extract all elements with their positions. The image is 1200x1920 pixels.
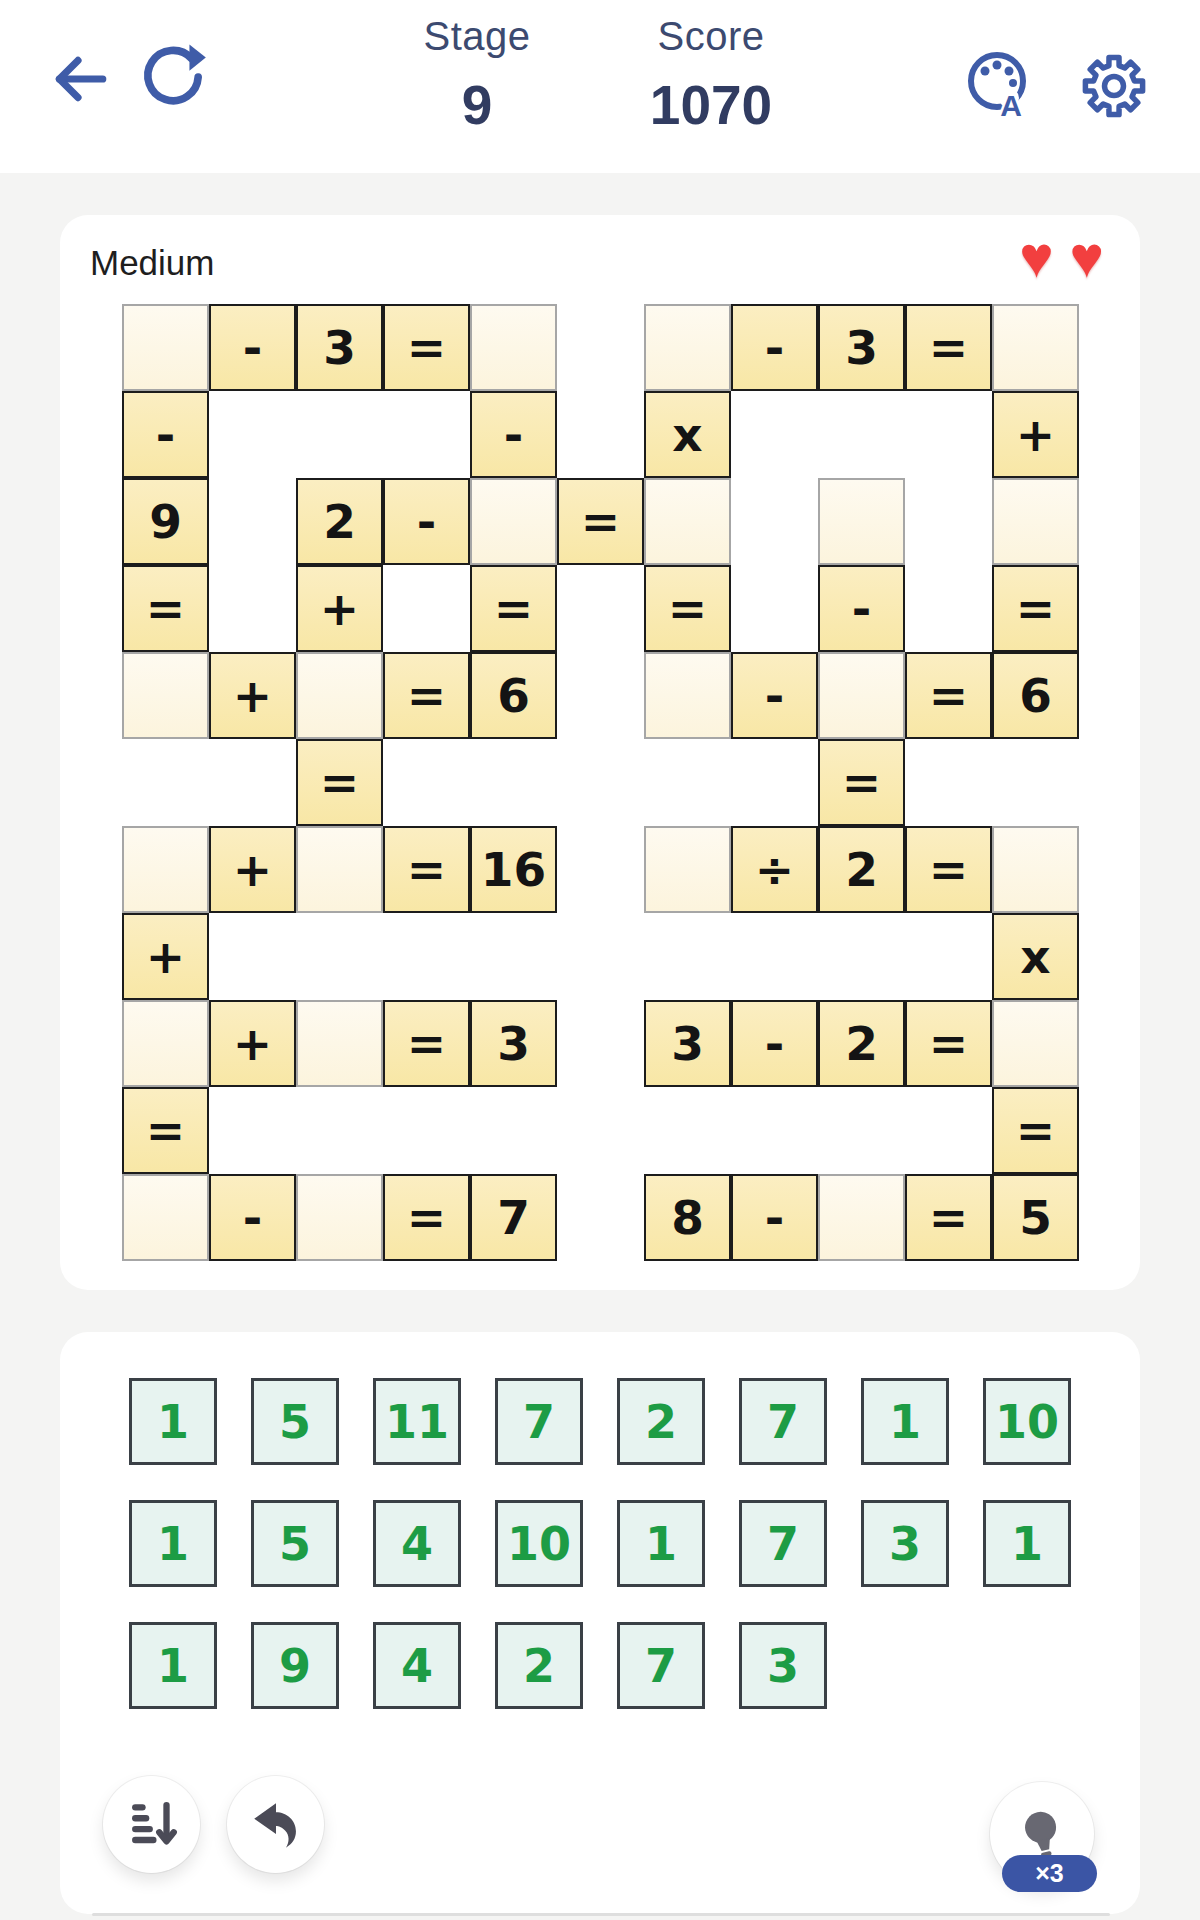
number-tile-1[interactable]: 1 xyxy=(129,1500,217,1587)
cell-r8c10-void xyxy=(905,913,992,1000)
cell-r9c7: 3 xyxy=(644,1000,731,1087)
cell-r5c10: = xyxy=(905,652,992,739)
cell-r3c2-void xyxy=(209,478,296,565)
number-tile-1[interactable]: 1 xyxy=(129,1378,217,1465)
cell-r7c11[interactable] xyxy=(992,826,1079,913)
cell-r4c2-void xyxy=(209,565,296,652)
cell-r8c2-void xyxy=(209,913,296,1000)
cell-r4c1: = xyxy=(122,565,209,652)
game-screen: Stage 9 Score 1070 A Med xyxy=(0,0,1200,1920)
cell-r7c10: = xyxy=(905,826,992,913)
cell-r7c7[interactable] xyxy=(644,826,731,913)
cell-r3c11[interactable] xyxy=(992,478,1079,565)
number-tile-3[interactable]: 3 xyxy=(861,1500,949,1587)
settings-gear-icon[interactable] xyxy=(1082,54,1146,122)
cell-r2c6-void xyxy=(557,391,644,478)
difficulty-label: Medium xyxy=(90,243,214,283)
sort-descending-icon xyxy=(123,1796,181,1854)
cell-r4c4-void xyxy=(383,565,470,652)
cell-r7c2: + xyxy=(209,826,296,913)
cell-r11c7: 8 xyxy=(644,1174,731,1261)
cell-r6c2-void xyxy=(209,739,296,826)
cell-r4c11: = xyxy=(992,565,1079,652)
cell-r8c6-void xyxy=(557,913,644,1000)
cell-r10c2-void xyxy=(209,1087,296,1174)
sort-tiles-button[interactable] xyxy=(103,1776,200,1873)
cell-r4c6-void xyxy=(557,565,644,652)
heart-icon: ♥ xyxy=(1070,225,1104,289)
number-tile-7[interactable]: 7 xyxy=(739,1500,827,1587)
cell-r7c4: = xyxy=(383,826,470,913)
top-bar: Stage 9 Score 1070 A xyxy=(0,0,1200,173)
number-tile-5[interactable]: 5 xyxy=(251,1500,339,1587)
cell-r7c3[interactable] xyxy=(296,826,383,913)
heart-icon: ♥ xyxy=(1019,225,1053,289)
number-tile-2[interactable]: 2 xyxy=(495,1622,583,1709)
cell-r11c2: - xyxy=(209,1174,296,1261)
cell-r7c8: ÷ xyxy=(731,826,818,913)
cell-r9c9: 2 xyxy=(818,1000,905,1087)
tile-row-1: 1511727110 xyxy=(129,1378,1071,1465)
cell-r2c10-void xyxy=(905,391,992,478)
cell-r2c8-void xyxy=(731,391,818,478)
cell-r3c5[interactable] xyxy=(470,478,557,565)
cell-r10c3-void xyxy=(296,1087,383,1174)
cell-r2c9-void xyxy=(818,391,905,478)
cell-r5c9[interactable] xyxy=(818,652,905,739)
cell-r9c5: 3 xyxy=(470,1000,557,1087)
number-tile-4[interactable]: 4 xyxy=(373,1622,461,1709)
cell-r1c9: 3 xyxy=(818,304,905,391)
cell-r7c9: 2 xyxy=(818,826,905,913)
cell-r10c1: = xyxy=(122,1087,209,1174)
tile-tray-card: 1511727110154101731194273 xyxy=(60,1332,1140,1914)
cell-r4c5: = xyxy=(470,565,557,652)
cell-r5c7[interactable] xyxy=(644,652,731,739)
cell-r4c8-void xyxy=(731,565,818,652)
cell-r1c1[interactable] xyxy=(122,304,209,391)
cell-r1c4: = xyxy=(383,304,470,391)
cell-r10c7-void xyxy=(644,1087,731,1174)
cell-r2c3-void xyxy=(296,391,383,478)
cell-r1c11[interactable] xyxy=(992,304,1079,391)
cell-r7c1[interactable] xyxy=(122,826,209,913)
number-tile-1[interactable]: 1 xyxy=(129,1622,217,1709)
cell-r3c10-void xyxy=(905,478,992,565)
cell-r6c3: = xyxy=(296,739,383,826)
cell-r2c1: - xyxy=(122,391,209,478)
tile-row-2: 154101731 xyxy=(129,1500,1071,1587)
cell-r6c7-void xyxy=(644,739,731,826)
number-tile-11[interactable]: 11 xyxy=(373,1378,461,1465)
restart-icon[interactable] xyxy=(138,40,208,114)
number-tile-1[interactable]: 1 xyxy=(617,1500,705,1587)
cell-r8c1: + xyxy=(122,913,209,1000)
cell-r11c10: = xyxy=(905,1174,992,1261)
cell-r6c1-void xyxy=(122,739,209,826)
cell-r7c6-void xyxy=(557,826,644,913)
cell-r9c6-void xyxy=(557,1000,644,1087)
cell-r6c11-void xyxy=(992,739,1079,826)
cell-r8c11: x xyxy=(992,913,1079,1000)
number-tile-1[interactable]: 1 xyxy=(861,1378,949,1465)
number-tile-10[interactable]: 10 xyxy=(983,1378,1071,1465)
number-tile-7[interactable]: 7 xyxy=(739,1378,827,1465)
cell-r3c6: = xyxy=(557,478,644,565)
cell-r9c11[interactable] xyxy=(992,1000,1079,1087)
number-tile-5[interactable]: 5 xyxy=(251,1378,339,1465)
cell-r3c3: 2 xyxy=(296,478,383,565)
stage-block: Stage 9 xyxy=(397,14,557,137)
cell-r3c9[interactable] xyxy=(818,478,905,565)
tile-row-3: 194273 xyxy=(129,1622,827,1709)
puzzle-grid: -3=-3=--x+92-==+==-=+=6-=6==+=16÷2=+x+=3… xyxy=(122,304,1079,1261)
number-tile-7[interactable]: 7 xyxy=(617,1622,705,1709)
cell-r1c5[interactable] xyxy=(470,304,557,391)
cell-r5c6-void xyxy=(557,652,644,739)
cell-r3c8-void xyxy=(731,478,818,565)
cell-r9c3[interactable] xyxy=(296,1000,383,1087)
stage-label: Stage xyxy=(397,14,557,59)
cell-r8c5-void xyxy=(470,913,557,1000)
number-tile-1[interactable]: 1 xyxy=(983,1500,1071,1587)
cell-r6c4-void xyxy=(383,739,470,826)
cell-r5c8: - xyxy=(731,652,818,739)
cell-r10c10-void xyxy=(905,1087,992,1174)
cell-r8c9-void xyxy=(818,913,905,1000)
cell-r9c2: + xyxy=(209,1000,296,1087)
score-value: 1070 xyxy=(611,73,811,137)
cell-r6c8-void xyxy=(731,739,818,826)
cell-r9c4: = xyxy=(383,1000,470,1087)
cell-r9c10: = xyxy=(905,1000,992,1087)
hint-count-badge[interactable]: ×3 xyxy=(1002,1855,1097,1892)
cell-r2c5: - xyxy=(470,391,557,478)
cell-r5c3[interactable] xyxy=(296,652,383,739)
cell-r9c1[interactable] xyxy=(122,1000,209,1087)
theme-palette-icon[interactable]: A xyxy=(963,48,1033,124)
cell-r8c4-void xyxy=(383,913,470,1000)
cell-r11c9[interactable] xyxy=(818,1174,905,1261)
undo-arrow-icon xyxy=(247,1796,305,1854)
cell-r3c1: 9 xyxy=(122,478,209,565)
cell-r5c11: 6 xyxy=(992,652,1079,739)
lives-hearts: ♥♥ xyxy=(1019,225,1104,289)
cell-r4c3: + xyxy=(296,565,383,652)
cell-r11c8: - xyxy=(731,1174,818,1261)
cell-r1c10: = xyxy=(905,304,992,391)
number-tile-4[interactable]: 4 xyxy=(373,1500,461,1587)
cell-r10c9-void xyxy=(818,1087,905,1174)
number-tile-2[interactable]: 2 xyxy=(617,1378,705,1465)
cell-r2c7: x xyxy=(644,391,731,478)
cell-r5c1[interactable] xyxy=(122,652,209,739)
cell-r8c7-void xyxy=(644,913,731,1000)
cell-r7c5: 16 xyxy=(470,826,557,913)
stage-value: 9 xyxy=(397,73,557,137)
cell-r2c11: + xyxy=(992,391,1079,478)
cell-r1c2: - xyxy=(209,304,296,391)
cell-r1c6-void xyxy=(557,304,644,391)
cell-r2c2-void xyxy=(209,391,296,478)
cell-r8c3-void xyxy=(296,913,383,1000)
cell-r1c8: - xyxy=(731,304,818,391)
cell-r2c4-void xyxy=(383,391,470,478)
cell-r10c4-void xyxy=(383,1087,470,1174)
cell-r6c5-void xyxy=(470,739,557,826)
cell-r4c9: - xyxy=(818,565,905,652)
cell-r10c6-void xyxy=(557,1087,644,1174)
cell-r5c4: = xyxy=(383,652,470,739)
number-tile-9[interactable]: 9 xyxy=(251,1622,339,1709)
cell-r5c5: 6 xyxy=(470,652,557,739)
number-tile-3[interactable]: 3 xyxy=(739,1622,827,1709)
cell-r10c8-void xyxy=(731,1087,818,1174)
cell-r4c10-void xyxy=(905,565,992,652)
cell-r11c5: 7 xyxy=(470,1174,557,1261)
cell-r1c7[interactable] xyxy=(644,304,731,391)
cell-r5c2: + xyxy=(209,652,296,739)
number-tile-7[interactable]: 7 xyxy=(495,1378,583,1465)
cell-r11c11: 5 xyxy=(992,1174,1079,1261)
back-icon[interactable] xyxy=(46,46,112,116)
cell-r6c10-void xyxy=(905,739,992,826)
cell-r11c6-void xyxy=(557,1174,644,1261)
cell-r11c3[interactable] xyxy=(296,1174,383,1261)
cell-r11c1[interactable] xyxy=(122,1174,209,1261)
svg-text:A: A xyxy=(1000,89,1022,120)
cell-r9c8: - xyxy=(731,1000,818,1087)
score-block: Score 1070 xyxy=(611,14,811,137)
cell-r10c5-void xyxy=(470,1087,557,1174)
puzzle-card: Medium ♥♥ -3=-3=--x+92-==+==-=+=6-=6==+=… xyxy=(60,215,1140,1290)
cell-r4c7: = xyxy=(644,565,731,652)
cell-r10c11: = xyxy=(992,1087,1079,1174)
cell-r6c9: = xyxy=(818,739,905,826)
cell-r1c3: 3 xyxy=(296,304,383,391)
score-label: Score xyxy=(611,14,811,59)
cell-r6c6-void xyxy=(557,739,644,826)
bottom-divider xyxy=(92,1913,1110,1916)
number-tile-10[interactable]: 10 xyxy=(495,1500,583,1587)
cell-r3c4: - xyxy=(383,478,470,565)
cell-r11c4: = xyxy=(383,1174,470,1261)
cell-r3c7[interactable] xyxy=(644,478,731,565)
undo-button[interactable] xyxy=(227,1776,324,1873)
cell-r8c8-void xyxy=(731,913,818,1000)
